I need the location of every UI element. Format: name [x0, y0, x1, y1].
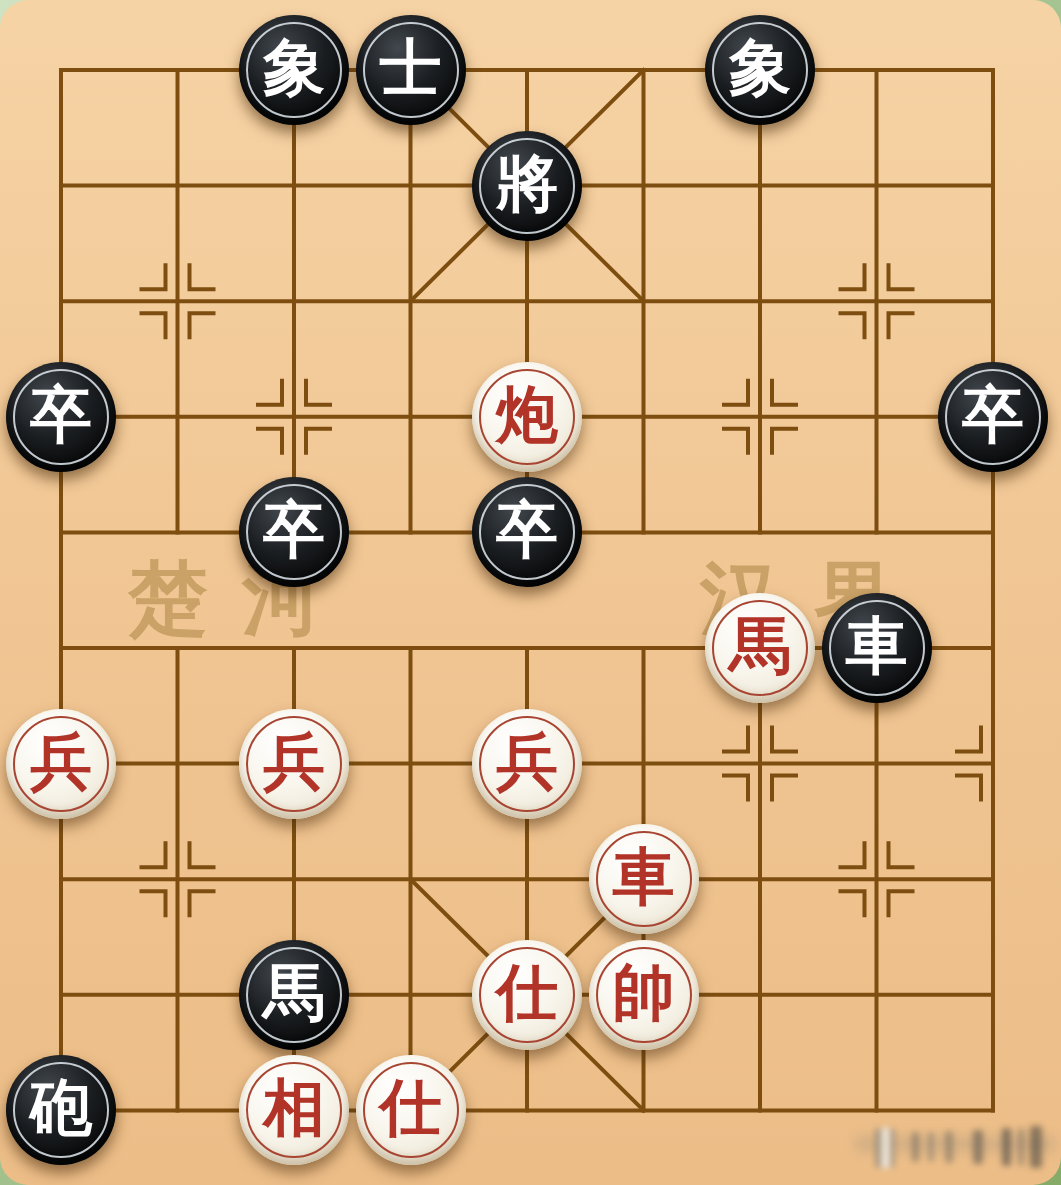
piece-black-cannon[interactable]: 砲	[6, 1055, 116, 1165]
piece-glyph: 兵	[496, 731, 558, 793]
piece-glyph: 仕	[380, 1077, 442, 1139]
piece-red-soldier[interactable]: 兵	[472, 709, 582, 819]
piece-red-advisor[interactable]: 仕	[472, 940, 582, 1050]
piece-black-soldier[interactable]: 卒	[6, 362, 116, 472]
piece-glyph: 相	[263, 1077, 325, 1139]
piece-black-soldier[interactable]: 卒	[938, 362, 1048, 472]
piece-red-elephant[interactable]: 相	[239, 1055, 349, 1165]
piece-black-soldier[interactable]: 卒	[472, 477, 582, 587]
piece-black-general[interactable]: 將	[472, 131, 582, 241]
piece-glyph: 帥	[613, 962, 675, 1024]
piece-red-chariot[interactable]: 車	[589, 824, 699, 934]
piece-red-general[interactable]: 帥	[589, 940, 699, 1050]
piece-glyph: 卒	[30, 384, 92, 446]
piece-glyph: 象	[729, 37, 791, 99]
piece-red-soldier[interactable]: 兵	[239, 709, 349, 819]
piece-glyph: 士	[380, 37, 442, 99]
piece-black-horse[interactable]: 馬	[239, 940, 349, 1050]
piece-black-elephant[interactable]: 象	[705, 15, 815, 125]
piece-glyph: 車	[613, 846, 675, 908]
piece-glyph: 兵	[30, 731, 92, 793]
piece-glyph: 仕	[496, 962, 558, 1024]
piece-black-chariot[interactable]: 車	[822, 593, 932, 703]
piece-glyph: 車	[846, 615, 908, 677]
piece-glyph: 將	[496, 153, 558, 215]
piece-red-advisor[interactable]: 仕	[356, 1055, 466, 1165]
piece-black-advisor[interactable]: 士	[356, 15, 466, 125]
piece-glyph: 卒	[263, 499, 325, 561]
page: { "game": "xiangqi", "position": { "fen"…	[0, 0, 1061, 1185]
piece-red-horse[interactable]: 馬	[705, 593, 815, 703]
piece-black-soldier[interactable]: 卒	[239, 477, 349, 587]
piece-glyph: 兵	[263, 731, 325, 793]
pieces-layer: 象士象將卒炮卒卒卒馬車兵兵兵車馬仕帥砲相仕	[3, 12, 1052, 1168]
piece-glyph: 卒	[962, 384, 1024, 446]
piece-glyph: 砲	[30, 1077, 92, 1139]
xiangqi-board: 楚河 汉界 象士象將卒炮卒卒卒馬車兵兵兵車馬仕帥砲相仕	[0, 0, 1061, 1185]
piece-glyph: 馬	[729, 615, 791, 677]
piece-glyph: 卒	[496, 499, 558, 561]
piece-red-cannon[interactable]: 炮	[472, 362, 582, 472]
piece-black-elephant[interactable]: 象	[239, 15, 349, 125]
piece-glyph: 炮	[496, 384, 558, 446]
piece-red-soldier[interactable]: 兵	[6, 709, 116, 819]
piece-glyph: 馬	[263, 962, 325, 1024]
piece-glyph: 象	[263, 37, 325, 99]
